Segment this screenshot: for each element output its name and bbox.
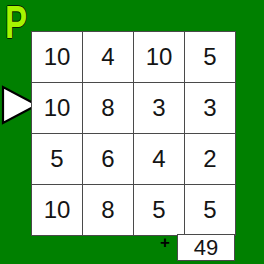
grid-cell-r4c1[interactable]: 10 [32, 185, 82, 235]
grid-cell-r3c4[interactable]: 2 [185, 134, 235, 184]
grid-cell-r4c2[interactable]: 8 [83, 185, 133, 235]
grid-cell-r3c1[interactable]: 5 [32, 134, 82, 184]
plus-operator-label: + [146, 229, 170, 256]
number-grid: 10410510833564210855 [31, 31, 236, 236]
puzzle-stage: P 10410510833564210855 + 49 [0, 0, 264, 264]
logo-p: P [5, 0, 27, 44]
grid-cell-r2c3[interactable]: 3 [134, 83, 184, 133]
sum-value: 49 [194, 235, 218, 261]
grid-cell-r2c2[interactable]: 8 [83, 83, 133, 133]
sum-box: 49 [177, 234, 235, 261]
grid-cell-r1c3[interactable]: 10 [134, 32, 184, 82]
grid-cell-r1c1[interactable]: 10 [32, 32, 82, 82]
grid-cell-r2c1[interactable]: 10 [32, 83, 82, 133]
grid-cell-r3c3[interactable]: 4 [134, 134, 184, 184]
grid-cell-r2c4[interactable]: 3 [185, 83, 235, 133]
grid-cell-r3c2[interactable]: 6 [83, 134, 133, 184]
grid-cell-r1c4[interactable]: 5 [185, 32, 235, 82]
grid-cell-r4c3[interactable]: 5 [134, 185, 184, 235]
grid-cell-r4c4[interactable]: 5 [185, 185, 235, 235]
grid-cell-r1c2[interactable]: 4 [83, 32, 133, 82]
